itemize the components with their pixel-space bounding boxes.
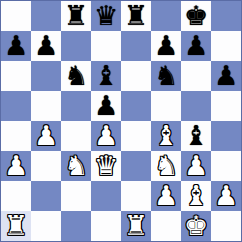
square-e6[interactable] xyxy=(121,61,151,91)
square-h3[interactable] xyxy=(211,151,241,181)
square-e7[interactable] xyxy=(121,31,151,61)
white-rook[interactable]: ♜ xyxy=(4,211,28,241)
black-pawn[interactable]: ♟ xyxy=(184,31,208,61)
square-g3[interactable]: ♟ xyxy=(181,151,211,181)
square-d1[interactable] xyxy=(91,211,121,241)
black-pawn[interactable]: ♟ xyxy=(214,61,238,91)
square-c4[interactable] xyxy=(61,121,91,151)
square-e8[interactable]: ♜ xyxy=(121,1,151,31)
square-d6[interactable]: ♝ xyxy=(91,61,121,91)
square-b2[interactable] xyxy=(31,181,61,211)
square-d3[interactable]: ♛ xyxy=(91,151,121,181)
square-d5[interactable]: ♟ xyxy=(91,91,121,121)
square-f4[interactable]: ♝ xyxy=(151,121,181,151)
white-queen[interactable]: ♛ xyxy=(94,151,118,181)
square-b6[interactable] xyxy=(31,61,61,91)
black-pawn[interactable]: ♟ xyxy=(154,31,178,61)
square-b5[interactable] xyxy=(31,91,61,121)
square-g4[interactable]: ♝ xyxy=(181,121,211,151)
square-c2[interactable] xyxy=(61,181,91,211)
square-b1[interactable] xyxy=(31,211,61,241)
black-bishop[interactable]: ♝ xyxy=(184,121,208,151)
square-e4[interactable] xyxy=(121,121,151,151)
square-h2[interactable]: ♟ xyxy=(211,181,241,211)
square-f3[interactable]: ♞ xyxy=(151,151,181,181)
square-e2[interactable] xyxy=(121,181,151,211)
square-a7[interactable]: ♟ xyxy=(1,31,31,61)
square-b4[interactable]: ♟ xyxy=(31,121,61,151)
white-pawn[interactable]: ♟ xyxy=(184,151,208,181)
white-bishop[interactable]: ♝ xyxy=(184,181,208,211)
chess-board: ♜♛♜♚♟♟♟♟♞♝♞♟♟♟♟♝♝♟♞♛♞♟♟♝♟♜♜♚ xyxy=(0,0,242,242)
square-f7[interactable]: ♟ xyxy=(151,31,181,61)
black-pawn[interactable]: ♟ xyxy=(34,31,58,61)
black-pawn[interactable]: ♟ xyxy=(4,31,28,61)
square-b3[interactable] xyxy=(31,151,61,181)
square-e5[interactable] xyxy=(121,91,151,121)
white-pawn[interactable]: ♟ xyxy=(34,121,58,151)
black-king[interactable]: ♚ xyxy=(184,1,208,31)
square-e3[interactable] xyxy=(121,151,151,181)
square-e1[interactable]: ♜ xyxy=(121,211,151,241)
square-h6[interactable]: ♟ xyxy=(211,61,241,91)
square-d8[interactable]: ♛ xyxy=(91,1,121,31)
square-c6[interactable]: ♞ xyxy=(61,61,91,91)
white-rook[interactable]: ♜ xyxy=(124,211,148,241)
square-c5[interactable] xyxy=(61,91,91,121)
black-knight[interactable]: ♞ xyxy=(154,61,178,91)
square-h1[interactable] xyxy=(211,211,241,241)
white-bishop[interactable]: ♝ xyxy=(154,121,178,151)
square-b8[interactable] xyxy=(31,1,61,31)
square-g2[interactable]: ♝ xyxy=(181,181,211,211)
square-a2[interactable] xyxy=(1,181,31,211)
square-a1[interactable]: ♜ xyxy=(1,211,31,241)
square-d7[interactable] xyxy=(91,31,121,61)
black-queen[interactable]: ♛ xyxy=(94,1,118,31)
square-c8[interactable]: ♜ xyxy=(61,1,91,31)
square-a5[interactable] xyxy=(1,91,31,121)
square-g5[interactable] xyxy=(181,91,211,121)
square-h4[interactable] xyxy=(211,121,241,151)
square-g7[interactable]: ♟ xyxy=(181,31,211,61)
square-c1[interactable] xyxy=(61,211,91,241)
chess-board-grid: ♜♛♜♚♟♟♟♟♞♝♞♟♟♟♟♝♝♟♞♛♞♟♟♝♟♜♜♚ xyxy=(1,1,241,241)
black-knight[interactable]: ♞ xyxy=(64,61,88,91)
black-bishop[interactable]: ♝ xyxy=(94,61,118,91)
square-a6[interactable] xyxy=(1,61,31,91)
square-h5[interactable] xyxy=(211,91,241,121)
square-h7[interactable] xyxy=(211,31,241,61)
square-d4[interactable]: ♟ xyxy=(91,121,121,151)
square-c3[interactable]: ♞ xyxy=(61,151,91,181)
square-b7[interactable]: ♟ xyxy=(31,31,61,61)
square-g8[interactable]: ♚ xyxy=(181,1,211,31)
square-f2[interactable]: ♟ xyxy=(151,181,181,211)
white-king[interactable]: ♚ xyxy=(184,211,208,241)
white-knight[interactable]: ♞ xyxy=(154,151,178,181)
white-pawn[interactable]: ♟ xyxy=(214,181,238,211)
square-f6[interactable]: ♞ xyxy=(151,61,181,91)
square-f1[interactable] xyxy=(151,211,181,241)
square-d2[interactable] xyxy=(91,181,121,211)
white-pawn[interactable]: ♟ xyxy=(4,151,28,181)
black-rook[interactable]: ♜ xyxy=(124,1,148,31)
square-g6[interactable] xyxy=(181,61,211,91)
black-pawn[interactable]: ♟ xyxy=(94,91,118,121)
white-pawn[interactable]: ♟ xyxy=(94,121,118,151)
square-a4[interactable] xyxy=(1,121,31,151)
white-pawn[interactable]: ♟ xyxy=(154,181,178,211)
square-a8[interactable] xyxy=(1,1,31,31)
square-f8[interactable] xyxy=(151,1,181,31)
square-c7[interactable] xyxy=(61,31,91,61)
black-rook[interactable]: ♜ xyxy=(64,1,88,31)
square-a3[interactable]: ♟ xyxy=(1,151,31,181)
square-g1[interactable]: ♚ xyxy=(181,211,211,241)
square-f5[interactable] xyxy=(151,91,181,121)
square-h8[interactable] xyxy=(211,1,241,31)
white-knight[interactable]: ♞ xyxy=(64,151,88,181)
